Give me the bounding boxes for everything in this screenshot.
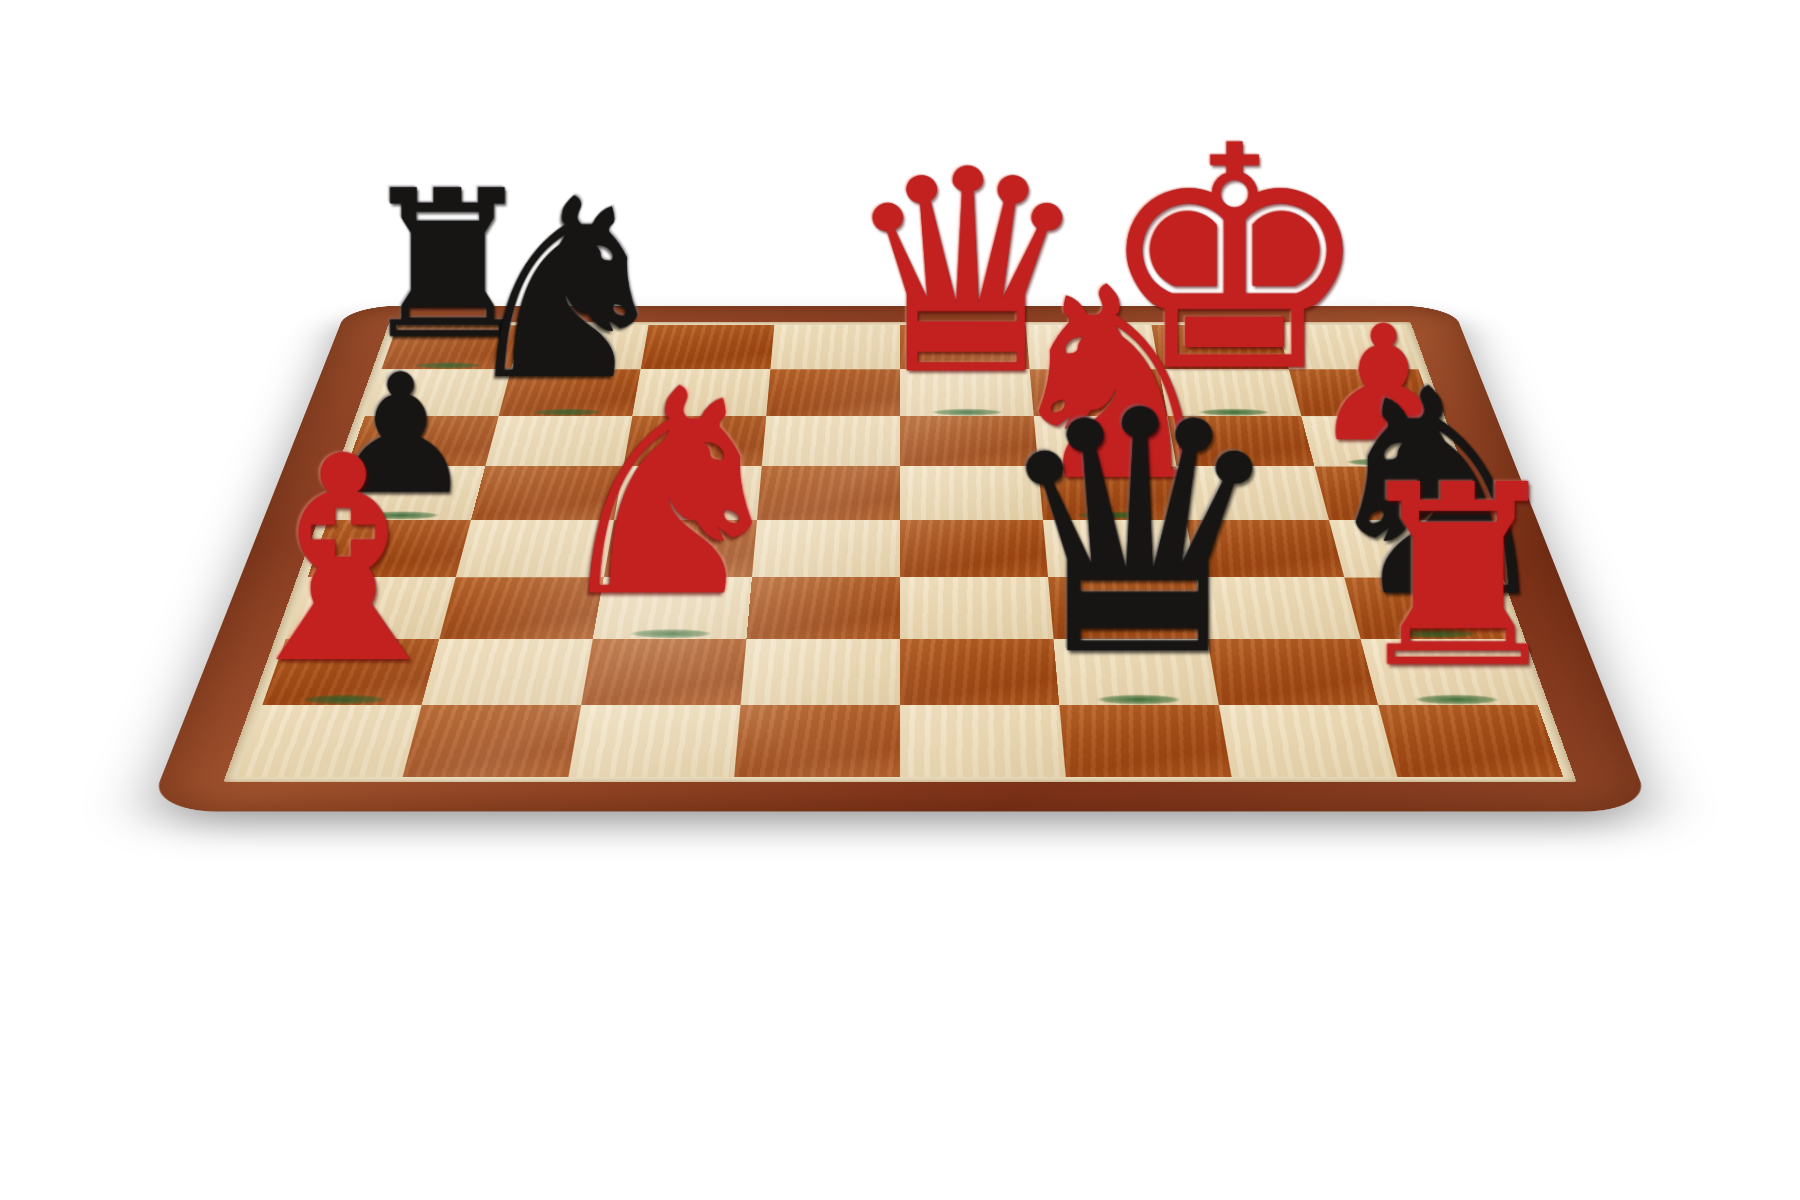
square-h2[interactable]: ♜	[1361, 639, 1538, 705]
square-a1[interactable]	[237, 705, 422, 777]
product-photo-stage: ♜♞♛♚♟♟♞♞♞♝♛♜	[0, 0, 1800, 1200]
square-f1[interactable]	[1059, 705, 1231, 777]
rook-icon: ♜	[1345, 452, 1570, 702]
square-c3[interactable]: ♞	[593, 577, 752, 639]
square-a2[interactable]: ♝	[262, 639, 439, 705]
board-maple-frame-inlay: ♜♞♛♚♟♟♞♞♞♝♛♜	[223, 322, 1576, 782]
square-c1[interactable]	[568, 705, 740, 777]
black-queen-f2-piece[interactable]: ♛	[989, 369, 1288, 703]
square-h1[interactable]	[1378, 705, 1563, 777]
chess-board: ♜♞♛♚♟♟♞♞♞♝♛♜	[148, 306, 1652, 812]
square-d2[interactable]	[741, 639, 900, 705]
red-rook-h2-piece[interactable]: ♜	[1345, 452, 1570, 702]
perspective-scene: ♜♞♛♚♟♟♞♞♞♝♛♜	[0, 0, 1800, 1200]
square-g1[interactable]	[1219, 705, 1398, 777]
square-e1[interactable]	[900, 705, 1066, 777]
square-f2[interactable]: ♛	[1054, 639, 1219, 705]
square-b1[interactable]	[403, 705, 582, 777]
red-bishop-a2-piece[interactable]: ♝	[216, 419, 470, 703]
board-grid: ♜♞♛♚♟♟♞♞♞♝♛♜	[237, 325, 1563, 777]
knight-icon: ♞	[543, 352, 798, 636]
bishop-icon: ♝	[216, 419, 470, 703]
board-rosewood-border: ♜♞♛♚♟♟♞♞♞♝♛♜	[148, 306, 1652, 812]
queen-icon: ♛	[989, 369, 1288, 703]
red-knight-c3-piece[interactable]: ♞	[543, 352, 798, 636]
square-c2[interactable]	[581, 639, 746, 705]
square-d1[interactable]	[734, 705, 900, 777]
